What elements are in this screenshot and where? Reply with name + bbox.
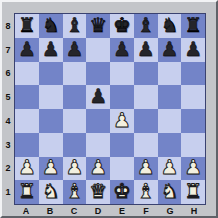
black-pawn[interactable]: ♟	[137, 39, 155, 59]
white-pawn[interactable]: ♟	[65, 157, 83, 177]
black-pawn[interactable]: ♟	[42, 39, 60, 59]
black-pawn[interactable]: ♟	[113, 39, 131, 59]
square-e2[interactable]	[110, 157, 134, 181]
black-knight[interactable]: ♞	[160, 15, 178, 35]
black-pawn[interactable]: ♟	[18, 39, 36, 59]
black-rook[interactable]: ♜	[184, 15, 202, 35]
square-g7[interactable]: ♟	[158, 38, 182, 62]
square-a2[interactable]: ♟	[15, 157, 39, 181]
square-h2[interactable]: ♟	[181, 157, 205, 181]
square-b3[interactable]	[39, 133, 63, 157]
square-e8[interactable]: ♚	[110, 14, 134, 38]
file-label: F	[134, 205, 158, 216]
black-pawn[interactable]: ♟	[89, 86, 107, 106]
square-h7[interactable]: ♟	[181, 38, 205, 62]
square-e6[interactable]	[110, 62, 134, 86]
white-knight[interactable]: ♞	[42, 181, 60, 201]
white-pawn[interactable]: ♟	[113, 110, 131, 130]
chess-board[interactable]: ♜♞♝♛♚♝♞♜♟♟♟♟♟♟♟♟♟♟♟♟♟♟♟♟♜♞♝♛♚♝♞♜	[14, 13, 206, 205]
black-rook[interactable]: ♜	[18, 15, 36, 35]
square-e1[interactable]: ♚	[110, 180, 134, 204]
square-e3[interactable]	[110, 133, 134, 157]
square-a5[interactable]	[15, 85, 39, 109]
square-h4[interactable]	[181, 109, 205, 133]
square-d1[interactable]: ♛	[86, 180, 110, 204]
square-f3[interactable]	[134, 133, 158, 157]
square-e5[interactable]	[110, 85, 134, 109]
square-a8[interactable]: ♜	[15, 14, 39, 38]
black-queen[interactable]: ♛	[89, 15, 107, 35]
square-g1[interactable]: ♞	[158, 180, 182, 204]
rank-label: 5	[2, 85, 14, 109]
square-h8[interactable]: ♜	[181, 14, 205, 38]
square-e7[interactable]: ♟	[110, 38, 134, 62]
white-pawn[interactable]: ♟	[137, 157, 155, 177]
square-g8[interactable]: ♞	[158, 14, 182, 38]
square-f1[interactable]: ♝	[134, 180, 158, 204]
white-rook[interactable]: ♜	[18, 181, 36, 201]
file-labels: ABCDEFGH	[14, 205, 206, 216]
file-label: C	[62, 205, 86, 216]
black-knight[interactable]: ♞	[42, 15, 60, 35]
square-c6[interactable]	[63, 62, 87, 86]
square-a4[interactable]	[15, 109, 39, 133]
square-b8[interactable]: ♞	[39, 14, 63, 38]
square-g4[interactable]	[158, 109, 182, 133]
square-c2[interactable]: ♟	[63, 157, 87, 181]
square-h1[interactable]: ♜	[181, 180, 205, 204]
square-d5[interactable]: ♟	[86, 85, 110, 109]
square-f4[interactable]	[134, 109, 158, 133]
square-d4[interactable]	[86, 109, 110, 133]
rank-label: 6	[2, 62, 14, 86]
square-c8[interactable]: ♝	[63, 14, 87, 38]
file-label: B	[38, 205, 62, 216]
white-king[interactable]: ♚	[113, 181, 131, 201]
square-b7[interactable]: ♟	[39, 38, 63, 62]
white-pawn[interactable]: ♟	[18, 157, 36, 177]
square-a7[interactable]: ♟	[15, 38, 39, 62]
file-label: D	[86, 205, 110, 216]
black-bishop[interactable]: ♝	[137, 15, 155, 35]
white-pawn[interactable]: ♟	[160, 157, 178, 177]
square-a6[interactable]	[15, 62, 39, 86]
square-g3[interactable]	[158, 133, 182, 157]
square-b1[interactable]: ♞	[39, 180, 63, 204]
square-c4[interactable]	[63, 109, 87, 133]
square-b2[interactable]: ♟	[39, 157, 63, 181]
square-h6[interactable]	[181, 62, 205, 86]
black-pawn[interactable]: ♟	[184, 39, 202, 59]
black-pawn[interactable]: ♟	[160, 39, 178, 59]
square-c7[interactable]: ♟	[63, 38, 87, 62]
file-label: E	[110, 205, 134, 216]
square-c5[interactable]	[63, 85, 87, 109]
square-d6[interactable]	[86, 62, 110, 86]
white-knight[interactable]: ♞	[160, 181, 178, 201]
rank-label: 2	[2, 157, 14, 181]
square-g6[interactable]	[158, 62, 182, 86]
rank-label: 3	[2, 133, 14, 157]
square-e4[interactable]: ♟	[110, 109, 134, 133]
white-bishop[interactable]: ♝	[65, 181, 83, 201]
square-d3[interactable]	[86, 133, 110, 157]
file-label: A	[14, 205, 38, 216]
square-h5[interactable]	[181, 85, 205, 109]
white-queen[interactable]: ♛	[89, 181, 107, 201]
black-king[interactable]: ♚	[113, 15, 131, 35]
black-bishop[interactable]: ♝	[65, 15, 83, 35]
square-f7[interactable]: ♟	[134, 38, 158, 62]
white-rook[interactable]: ♜	[184, 181, 202, 201]
square-d8[interactable]: ♛	[86, 14, 110, 38]
rank-labels: 87654321	[2, 14, 14, 204]
square-f8[interactable]: ♝	[134, 14, 158, 38]
chess-board-window: 87654321 ♜♞♝♛♚♝♞♜♟♟♟♟♟♟♟♟♟♟♟♟♟♟♟♟♜♞♝♛♚♝♞…	[0, 0, 218, 218]
rank-label: 7	[2, 38, 14, 62]
square-a1[interactable]: ♜	[15, 180, 39, 204]
white-pawn[interactable]: ♟	[184, 157, 202, 177]
rank-label: 8	[2, 14, 14, 38]
square-d7[interactable]	[86, 38, 110, 62]
square-f6[interactable]	[134, 62, 158, 86]
white-pawn[interactable]: ♟	[42, 157, 60, 177]
square-h3[interactable]	[181, 133, 205, 157]
white-bishop[interactable]: ♝	[137, 181, 155, 201]
square-g2[interactable]: ♟	[158, 157, 182, 181]
white-pawn[interactable]: ♟	[89, 157, 107, 177]
square-b4[interactable]	[39, 109, 63, 133]
square-b5[interactable]	[39, 85, 63, 109]
square-f2[interactable]: ♟	[134, 157, 158, 181]
square-b6[interactable]	[39, 62, 63, 86]
black-pawn[interactable]: ♟	[65, 39, 83, 59]
square-d2[interactable]: ♟	[86, 157, 110, 181]
square-g5[interactable]	[158, 85, 182, 109]
rank-label: 4	[2, 109, 14, 133]
square-c3[interactable]	[63, 133, 87, 157]
file-label: H	[182, 205, 206, 216]
square-c1[interactable]: ♝	[63, 180, 87, 204]
file-label: G	[158, 205, 182, 216]
square-f5[interactable]	[134, 85, 158, 109]
square-a3[interactable]	[15, 133, 39, 157]
rank-label: 1	[2, 180, 14, 204]
